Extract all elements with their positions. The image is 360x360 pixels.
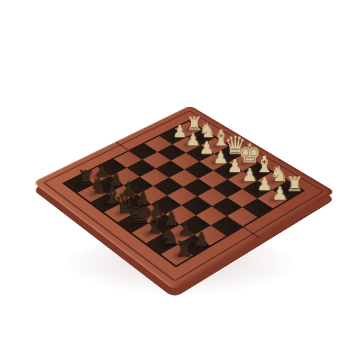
piece-dark-rook[interactable]: ♜ bbox=[174, 238, 194, 260]
piece-light-pawn[interactable]: ♟ bbox=[199, 140, 215, 157]
piece-dark-pawn[interactable]: ♟ bbox=[192, 230, 209, 249]
piece-light-pawn[interactable]: ♟ bbox=[241, 166, 257, 184]
piece-light-pawn[interactable]: ♟ bbox=[256, 175, 272, 193]
piece-light-pawn[interactable]: ♟ bbox=[271, 185, 287, 203]
piece-light-pawn[interactable]: ♟ bbox=[212, 148, 228, 166]
piece-light-pawn[interactable]: ♟ bbox=[227, 157, 243, 175]
product-photo-stage: ♜♟♟♜♞♟♟♞♝♟♟♝♛♟♟♛♚♟♟♚♝♟♟♝♞♟♟♞♜♟♟♜ bbox=[0, 0, 360, 360]
